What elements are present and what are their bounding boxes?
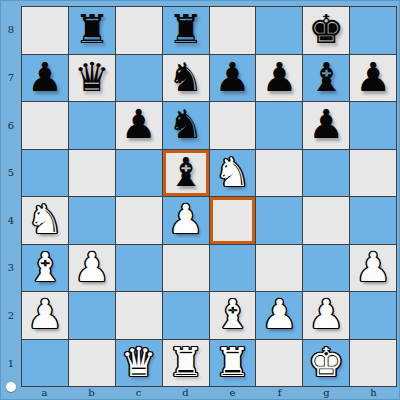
white-to-move-indicator: [6, 382, 16, 392]
square-g8[interactable]: ♚: [303, 7, 349, 54]
piece-black-pawn[interactable]: ♟: [261, 57, 297, 97]
square-g2[interactable]: ♟: [303, 292, 349, 339]
piece-white-pawn[interactable]: ♟: [261, 294, 297, 334]
square-f7[interactable]: ♟: [256, 55, 302, 102]
square-c1[interactable]: ♛: [116, 340, 162, 387]
piece-black-rook[interactable]: ♜: [74, 9, 110, 49]
piece-white-rook[interactable]: ♜: [215, 342, 251, 382]
piece-black-knight[interactable]: ♞: [168, 104, 204, 144]
square-h7[interactable]: ♟: [350, 55, 396, 102]
file-label-b: b: [68, 387, 115, 400]
square-h5[interactable]: [350, 150, 396, 197]
square-g4[interactable]: [303, 197, 349, 244]
square-g1[interactable]: ♚: [303, 340, 349, 387]
piece-white-pawn[interactable]: ♟: [355, 247, 391, 287]
square-f6[interactable]: [256, 102, 302, 149]
rank-label-7: 7: [1, 54, 21, 102]
square-f2[interactable]: ♟: [256, 292, 302, 339]
square-c5[interactable]: [116, 150, 162, 197]
piece-black-pawn[interactable]: ♟: [215, 57, 251, 97]
file-label-g: g: [303, 387, 350, 400]
square-e6[interactable]: [210, 102, 256, 149]
file-label-h: h: [350, 387, 397, 400]
rank-label-1: 1: [1, 339, 21, 387]
piece-black-bishop[interactable]: ♝: [308, 57, 344, 97]
square-h2[interactable]: [350, 292, 396, 339]
piece-white-pawn[interactable]: ♟: [168, 199, 204, 239]
square-h4[interactable]: [350, 197, 396, 244]
square-e7[interactable]: ♟: [210, 55, 256, 102]
piece-black-pawn[interactable]: ♟: [27, 57, 63, 97]
chess-board[interactable]: ♜♜♚♟♛♞♟♟♝♟♟♞♟♝♞♞♟♝♟♟♟♝♟♟♛♜♜♚: [21, 6, 397, 387]
square-e2[interactable]: ♝: [210, 292, 256, 339]
square-f1[interactable]: [256, 340, 302, 387]
square-e8[interactable]: [210, 7, 256, 54]
square-h6[interactable]: [350, 102, 396, 149]
square-b5[interactable]: [69, 150, 115, 197]
square-d4[interactable]: ♟: [163, 197, 209, 244]
square-a2[interactable]: ♟: [22, 292, 68, 339]
square-g3[interactable]: [303, 245, 349, 292]
square-a6[interactable]: [22, 102, 68, 149]
square-d8[interactable]: ♜: [163, 7, 209, 54]
square-a8[interactable]: [22, 7, 68, 54]
square-c3[interactable]: [116, 245, 162, 292]
square-g6[interactable]: ♟: [303, 102, 349, 149]
square-c2[interactable]: [116, 292, 162, 339]
file-labels: abcdefgh: [21, 387, 397, 400]
piece-black-pawn[interactable]: ♟: [355, 57, 391, 97]
piece-white-queen[interactable]: ♛: [121, 342, 157, 382]
file-label-d: d: [162, 387, 209, 400]
square-g5[interactable]: [303, 150, 349, 197]
square-f3[interactable]: [256, 245, 302, 292]
piece-white-king[interactable]: ♚: [308, 342, 344, 382]
rank-label-2: 2: [1, 292, 21, 340]
square-d5[interactable]: ♝: [163, 150, 209, 197]
piece-white-bishop[interactable]: ♝: [215, 294, 251, 334]
piece-black-king[interactable]: ♚: [308, 9, 344, 49]
square-d1[interactable]: ♜: [163, 340, 209, 387]
square-b1[interactable]: [69, 340, 115, 387]
square-h3[interactable]: ♟: [350, 245, 396, 292]
square-g7[interactable]: ♝: [303, 55, 349, 102]
square-a3[interactable]: ♝: [22, 245, 68, 292]
square-b8[interactable]: ♜: [69, 7, 115, 54]
file-label-e: e: [209, 387, 256, 400]
file-label-f: f: [256, 387, 303, 400]
piece-white-bishop[interactable]: ♝: [27, 247, 63, 287]
file-label-c: c: [115, 387, 162, 400]
square-h1[interactable]: [350, 340, 396, 387]
piece-black-queen[interactable]: ♛: [74, 57, 110, 97]
square-h8[interactable]: [350, 7, 396, 54]
piece-white-knight[interactable]: ♞: [27, 199, 63, 239]
square-a5[interactable]: [22, 150, 68, 197]
piece-white-pawn[interactable]: ♟: [308, 294, 344, 334]
rank-labels: 87654321: [1, 6, 21, 387]
square-d6[interactable]: ♞: [163, 102, 209, 149]
square-b3[interactable]: ♟: [69, 245, 115, 292]
file-label-a: a: [21, 387, 68, 400]
square-a1[interactable]: [22, 340, 68, 387]
square-f4[interactable]: [256, 197, 302, 244]
rank-label-3: 3: [1, 244, 21, 292]
square-e5[interactable]: ♞: [210, 150, 256, 197]
square-d7[interactable]: ♞: [163, 55, 209, 102]
rank-label-5: 5: [1, 149, 21, 197]
square-b4[interactable]: [69, 197, 115, 244]
piece-black-pawn[interactable]: ♟: [121, 104, 157, 144]
chess-board-container: 87654321 ♜♜♚♟♛♞♟♟♝♟♟♞♟♝♞♞♟♝♟♟♟♝♟♟♛♜♜♚ ab…: [0, 0, 400, 400]
square-e4[interactable]: [210, 197, 256, 244]
square-f5[interactable]: [256, 150, 302, 197]
piece-black-pawn[interactable]: ♟: [308, 104, 344, 144]
rank-label-8: 8: [1, 6, 21, 54]
square-e3[interactable]: [210, 245, 256, 292]
piece-white-pawn[interactable]: ♟: [27, 294, 63, 334]
square-b2[interactable]: [69, 292, 115, 339]
square-d2[interactable]: [163, 292, 209, 339]
piece-white-pawn[interactable]: ♟: [74, 247, 110, 287]
square-b7[interactable]: ♛: [69, 55, 115, 102]
square-f8[interactable]: [256, 7, 302, 54]
square-c4[interactable]: [116, 197, 162, 244]
square-c7[interactable]: [116, 55, 162, 102]
piece-black-knight[interactable]: ♞: [168, 57, 204, 97]
piece-black-rook[interactable]: ♜: [168, 9, 204, 49]
piece-white-rook[interactable]: ♜: [168, 342, 204, 382]
square-e1[interactable]: ♜: [210, 340, 256, 387]
square-b6[interactable]: [69, 102, 115, 149]
square-c8[interactable]: [116, 7, 162, 54]
square-a4[interactable]: ♞: [22, 197, 68, 244]
square-a7[interactable]: ♟: [22, 55, 68, 102]
piece-white-knight[interactable]: ♞: [215, 152, 251, 192]
square-c6[interactable]: ♟: [116, 102, 162, 149]
rank-label-4: 4: [1, 197, 21, 245]
rank-label-6: 6: [1, 101, 21, 149]
square-d3[interactable]: [163, 245, 209, 292]
piece-black-bishop[interactable]: ♝: [168, 152, 204, 192]
